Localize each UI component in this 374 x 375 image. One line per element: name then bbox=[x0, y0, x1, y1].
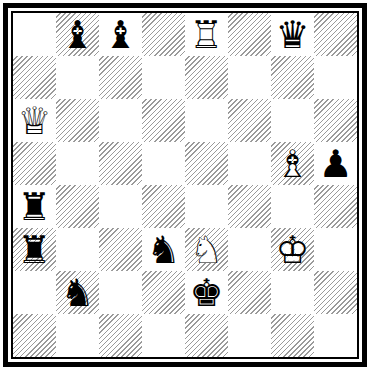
square-b1 bbox=[56, 314, 99, 357]
square-d1 bbox=[142, 314, 185, 357]
square-c3 bbox=[99, 228, 142, 271]
square-a7 bbox=[13, 56, 56, 99]
square-g3: ♚♔ bbox=[271, 228, 314, 271]
square-g1 bbox=[271, 314, 314, 357]
square-b2: ♞ bbox=[56, 271, 99, 314]
black-pawn-h5: ♟ bbox=[314, 142, 357, 185]
square-g8: ♛ bbox=[271, 13, 314, 56]
black-bishop-b8: ♝ bbox=[56, 13, 99, 56]
square-f6 bbox=[228, 99, 271, 142]
square-h8 bbox=[314, 13, 357, 56]
square-c1 bbox=[99, 314, 142, 357]
white-knight-e3: ♞♘ bbox=[185, 228, 228, 271]
black-rook-a4: ♜ bbox=[13, 185, 56, 228]
square-d6 bbox=[142, 99, 185, 142]
white-bishop-g5: ♝♗ bbox=[271, 142, 314, 185]
square-e8: ♜♖ bbox=[185, 13, 228, 56]
square-b4 bbox=[56, 185, 99, 228]
square-d7 bbox=[142, 56, 185, 99]
square-a3: ♜ bbox=[13, 228, 56, 271]
square-e5 bbox=[185, 142, 228, 185]
square-f5 bbox=[228, 142, 271, 185]
black-bishop-c8: ♝ bbox=[99, 13, 142, 56]
square-f7 bbox=[228, 56, 271, 99]
square-c2 bbox=[99, 271, 142, 314]
square-h3 bbox=[314, 228, 357, 271]
square-h4 bbox=[314, 185, 357, 228]
white-queen-a6: ♛♕ bbox=[13, 99, 56, 142]
square-a6: ♛♕ bbox=[13, 99, 56, 142]
square-d4 bbox=[142, 185, 185, 228]
board-inner-frame: ♝♝♜♖♛♛♕♝♗♟♜♜♞♞♘♚♔♞♚ bbox=[11, 11, 359, 359]
square-d8 bbox=[142, 13, 185, 56]
square-f4 bbox=[228, 185, 271, 228]
black-knight-d3: ♞ bbox=[142, 228, 185, 271]
square-b8: ♝ bbox=[56, 13, 99, 56]
square-b5 bbox=[56, 142, 99, 185]
square-d3: ♞ bbox=[142, 228, 185, 271]
square-a8 bbox=[13, 13, 56, 56]
square-e3: ♞♘ bbox=[185, 228, 228, 271]
square-h7 bbox=[314, 56, 357, 99]
black-king-e2: ♚ bbox=[185, 271, 228, 314]
white-rook-e8: ♜♖ bbox=[185, 13, 228, 56]
square-f8 bbox=[228, 13, 271, 56]
white-king-g3: ♚♔ bbox=[271, 228, 314, 271]
square-g4 bbox=[271, 185, 314, 228]
black-rook-a3: ♜ bbox=[13, 228, 56, 271]
square-a2 bbox=[13, 271, 56, 314]
square-d5 bbox=[142, 142, 185, 185]
chess-diagram: ♝♝♜♖♛♛♕♝♗♟♜♜♞♞♘♚♔♞♚ bbox=[3, 3, 367, 367]
square-c5 bbox=[99, 142, 142, 185]
square-f1 bbox=[228, 314, 271, 357]
square-b3 bbox=[56, 228, 99, 271]
square-c4 bbox=[99, 185, 142, 228]
black-knight-b2: ♞ bbox=[56, 271, 99, 314]
square-h5: ♟ bbox=[314, 142, 357, 185]
square-g6 bbox=[271, 99, 314, 142]
square-a5 bbox=[13, 142, 56, 185]
square-e6 bbox=[185, 99, 228, 142]
black-queen-g8: ♛ bbox=[271, 13, 314, 56]
square-g7 bbox=[271, 56, 314, 99]
square-a4: ♜ bbox=[13, 185, 56, 228]
square-f2 bbox=[228, 271, 271, 314]
square-c7 bbox=[99, 56, 142, 99]
square-g2 bbox=[271, 271, 314, 314]
chess-board: ♝♝♜♖♛♛♕♝♗♟♜♜♞♞♘♚♔♞♚ bbox=[13, 13, 357, 357]
square-e4 bbox=[185, 185, 228, 228]
square-c6 bbox=[99, 99, 142, 142]
square-e7 bbox=[185, 56, 228, 99]
square-h6 bbox=[314, 99, 357, 142]
square-h1 bbox=[314, 314, 357, 357]
square-e2: ♚ bbox=[185, 271, 228, 314]
square-b6 bbox=[56, 99, 99, 142]
square-c8: ♝ bbox=[99, 13, 142, 56]
square-h2 bbox=[314, 271, 357, 314]
square-e1 bbox=[185, 314, 228, 357]
square-g5: ♝♗ bbox=[271, 142, 314, 185]
square-a1 bbox=[13, 314, 56, 357]
square-d2 bbox=[142, 271, 185, 314]
square-f3 bbox=[228, 228, 271, 271]
square-b7 bbox=[56, 56, 99, 99]
